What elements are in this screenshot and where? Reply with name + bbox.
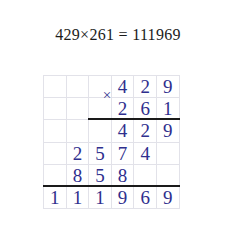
multiply-sign: ×: [100, 88, 114, 102]
grid-cell: 4: [112, 120, 134, 141]
grid-cell: 6: [134, 187, 156, 208]
grid-cell: 4: [134, 143, 156, 164]
total-rule: [43, 185, 180, 187]
grid-cell: 9: [157, 187, 179, 208]
grid-cell: 9: [157, 76, 179, 97]
grid-cell: 2: [134, 120, 156, 141]
grid-cell: [44, 76, 66, 97]
grid-cell: 1: [89, 187, 111, 208]
partial-products-rule: [88, 118, 180, 120]
grid-cell: [67, 98, 89, 119]
grid-cell: 2: [67, 143, 89, 164]
grid-cell: 9: [112, 187, 134, 208]
grid-cell: [44, 165, 66, 186]
grid-cell: 5: [89, 143, 111, 164]
grid-cell: [44, 120, 66, 141]
grid-cell: 4: [112, 76, 134, 97]
grid-cell: [67, 76, 89, 97]
grid-cell: 8: [112, 165, 134, 186]
grid-cell: 9: [157, 120, 179, 141]
grid-cell: 1: [157, 98, 179, 119]
grid-cell: [157, 165, 179, 186]
grid-cell: 2: [134, 76, 156, 97]
grid-cell: 7: [112, 143, 134, 164]
multiplication-worksheet: 429×261 = 111969 4292614292574858111969 …: [0, 0, 236, 229]
grid-cell: 5: [89, 165, 111, 186]
equation-title: 429×261 = 111969: [0, 26, 236, 44]
grid-cell: 6: [134, 98, 156, 119]
grid-cell: [67, 120, 89, 141]
grid-cell: [44, 98, 66, 119]
grid-cell: [134, 165, 156, 186]
grid-cell: [44, 143, 66, 164]
grid-cell: 1: [44, 187, 66, 208]
grid-cell: [157, 143, 179, 164]
grid-cell: 8: [67, 165, 89, 186]
grid-cell: 2: [112, 98, 134, 119]
grid-cell: [89, 120, 111, 141]
grid-cell: 1: [67, 187, 89, 208]
